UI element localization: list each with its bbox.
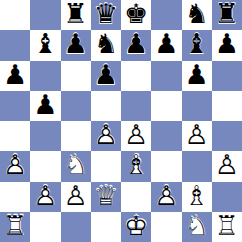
square-a5[interactable]: [0, 91, 30, 121]
square-c2[interactable]: ♟♙: [61, 182, 91, 212]
square-a4[interactable]: [0, 121, 30, 151]
piece-outline: ♟: [94, 61, 118, 88]
white-pawn-icon[interactable]: ♟♙: [182, 121, 212, 151]
square-a2[interactable]: [0, 182, 30, 212]
black-pawn-icon[interactable]: ♟♟: [151, 30, 181, 60]
square-h1[interactable]: ♜♖: [212, 212, 242, 242]
square-d2[interactable]: ♛♕: [91, 182, 121, 212]
square-g3[interactable]: [182, 151, 212, 181]
square-d4[interactable]: ♟♙: [91, 121, 121, 151]
piece-outline: ♝: [33, 31, 57, 58]
white-bishop-icon[interactable]: ♝♗: [182, 182, 212, 212]
black-bishop-icon[interactable]: ♝♝: [30, 30, 60, 60]
piece-outline: ♙: [94, 122, 118, 149]
black-pawn-icon[interactable]: ♟♟: [61, 30, 91, 60]
square-h3[interactable]: ♟♙: [212, 151, 242, 181]
piece-outline: ♟: [33, 91, 57, 118]
piece-outline: ♟: [3, 61, 27, 88]
white-pawn-icon[interactable]: ♟♙: [212, 151, 242, 181]
square-b5[interactable]: ♟♟: [30, 91, 60, 121]
square-g2[interactable]: ♝♗: [182, 182, 212, 212]
white-pawn-icon[interactable]: ♟♙: [30, 182, 60, 212]
square-d5[interactable]: [91, 91, 121, 121]
white-knight-icon[interactable]: ♞♘: [182, 212, 212, 242]
square-c4[interactable]: [61, 121, 91, 151]
piece-outline: ♖: [3, 212, 27, 239]
piece-outline: ♙: [124, 122, 148, 149]
square-a1[interactable]: ♜♖: [0, 212, 30, 242]
piece-outline: ♞: [94, 31, 118, 58]
piece-outline: ♛: [94, 1, 118, 28]
square-g1[interactable]: ♞♘: [182, 212, 212, 242]
white-rook-icon[interactable]: ♜♖: [212, 212, 242, 242]
piece-outline: ♟: [215, 31, 239, 58]
square-d3[interactable]: [91, 151, 121, 181]
piece-outline: ♜: [64, 1, 88, 28]
piece-outline: ♗: [185, 182, 209, 209]
square-h7[interactable]: ♟♟: [212, 30, 242, 60]
piece-outline: ♙: [3, 152, 27, 179]
white-knight-icon[interactable]: ♞♘: [61, 151, 91, 181]
square-f4[interactable]: [151, 121, 181, 151]
square-e7[interactable]: ♟♟: [121, 30, 151, 60]
square-e2[interactable]: [121, 182, 151, 212]
chess-board: ♜♜♛♛♚♚♞♞♜♜♝♝♟♟♞♞♟♟♟♟♝♝♟♟♟♟♟♟♟♟♟♟♟♙♟♙♟♙♟♙…: [0, 0, 242, 242]
black-pawn-icon[interactable]: ♟♟: [212, 30, 242, 60]
piece-outline: ♙: [64, 182, 88, 209]
piece-outline: ♔: [124, 212, 148, 239]
white-queen-icon[interactable]: ♛♕: [91, 182, 121, 212]
chessboard-screenshot: ♜♜♛♛♚♚♞♞♜♜♝♝♟♟♞♞♟♟♟♟♝♝♟♟♟♟♟♟♟♟♟♟♟♙♟♙♟♙♟♙…: [0, 0, 242, 242]
piece-outline: ♕: [94, 182, 118, 209]
square-c5[interactable]: [61, 91, 91, 121]
square-h4[interactable]: [212, 121, 242, 151]
piece-outline: ♘: [185, 212, 209, 239]
square-f2[interactable]: ♟♙: [151, 182, 181, 212]
piece-outline: ♜: [215, 1, 239, 28]
square-f3[interactable]: [151, 151, 181, 181]
square-d6[interactable]: ♟♟: [91, 61, 121, 91]
square-h2[interactable]: [212, 182, 242, 212]
square-e1[interactable]: ♚♔: [121, 212, 151, 242]
square-b3[interactable]: [30, 151, 60, 181]
white-pawn-icon[interactable]: ♟♙: [151, 182, 181, 212]
white-pawn-icon[interactable]: ♟♙: [91, 121, 121, 151]
square-c3[interactable]: ♞♘: [61, 151, 91, 181]
square-f5[interactable]: [151, 91, 181, 121]
piece-outline: ♟: [154, 31, 178, 58]
square-b7[interactable]: ♝♝: [30, 30, 60, 60]
black-pawn-icon[interactable]: ♟♟: [121, 30, 151, 60]
white-bishop-icon[interactable]: ♝♗: [121, 151, 151, 181]
black-pawn-icon[interactable]: ♟♟: [182, 61, 212, 91]
square-c1[interactable]: [61, 212, 91, 242]
piece-outline: ♟: [64, 31, 88, 58]
white-pawn-icon[interactable]: ♟♙: [0, 151, 30, 181]
square-a3[interactable]: ♟♙: [0, 151, 30, 181]
piece-outline: ♙: [154, 182, 178, 209]
square-f6[interactable]: [151, 61, 181, 91]
square-e5[interactable]: [121, 91, 151, 121]
piece-outline: ♘: [64, 152, 88, 179]
piece-outline: ♗: [124, 152, 148, 179]
square-b4[interactable]: [30, 121, 60, 151]
piece-outline: ♟: [185, 61, 209, 88]
square-f7[interactable]: ♟♟: [151, 30, 181, 60]
square-a6[interactable]: ♟♟: [0, 61, 30, 91]
square-a8[interactable]: [0, 0, 30, 30]
piece-outline: ♞: [185, 1, 209, 28]
black-pawn-icon[interactable]: ♟♟: [0, 61, 30, 91]
white-pawn-icon[interactable]: ♟♙: [61, 182, 91, 212]
square-f1[interactable]: [151, 212, 181, 242]
piece-outline: ♖: [215, 212, 239, 239]
square-h6[interactable]: [212, 61, 242, 91]
white-pawn-icon[interactable]: ♟♙: [121, 121, 151, 151]
piece-outline: ♙: [185, 122, 209, 149]
square-g6[interactable]: ♟♟: [182, 61, 212, 91]
black-pawn-icon[interactable]: ♟♟: [91, 61, 121, 91]
square-b1[interactable]: [30, 212, 60, 242]
black-pawn-icon[interactable]: ♟♟: [30, 91, 60, 121]
piece-outline: ♟: [124, 31, 148, 58]
square-g4[interactable]: ♟♙: [182, 121, 212, 151]
square-g5[interactable]: [182, 91, 212, 121]
square-c7[interactable]: ♟♟: [61, 30, 91, 60]
piece-outline: ♙: [33, 182, 57, 209]
square-e6[interactable]: [121, 61, 151, 91]
square-h5[interactable]: [212, 91, 242, 121]
square-c6[interactable]: [61, 61, 91, 91]
square-e4[interactable]: ♟♙: [121, 121, 151, 151]
piece-outline: ♙: [215, 152, 239, 179]
square-b2[interactable]: ♟♙: [30, 182, 60, 212]
piece-outline: ♚: [124, 1, 148, 28]
white-king-icon[interactable]: ♚♔: [121, 212, 151, 242]
piece-outline: ♝: [185, 31, 209, 58]
white-rook-icon[interactable]: ♜♖: [0, 212, 30, 242]
square-d1[interactable]: [91, 212, 121, 242]
square-e3[interactable]: ♝♗: [121, 151, 151, 181]
